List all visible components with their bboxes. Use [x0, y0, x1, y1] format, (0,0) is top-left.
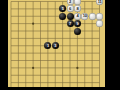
go-stone-black — [59, 13, 66, 20]
go-stone-black: 3 — [52, 42, 59, 49]
star-point — [32, 23, 34, 25]
go-stone-black: 7 — [67, 20, 74, 27]
go-stone-white — [89, 13, 96, 20]
go-stone-white — [96, 13, 103, 20]
go-stone-white: 10 — [81, 13, 88, 20]
go-stone-black — [67, 13, 74, 20]
go-board[interactable]: 5791321168410 — [8, 0, 105, 87]
star-point — [76, 67, 78, 69]
go-stone-black: 9 — [74, 20, 81, 27]
go-stone-white: 2 — [67, 0, 74, 5]
star-point — [32, 67, 34, 69]
go-stone-white: 4 — [74, 13, 81, 20]
go-stone-white: 6 — [67, 5, 74, 12]
go-stone-black — [74, 28, 81, 35]
screenshot-root: 5791321168410 — [0, 0, 120, 90]
